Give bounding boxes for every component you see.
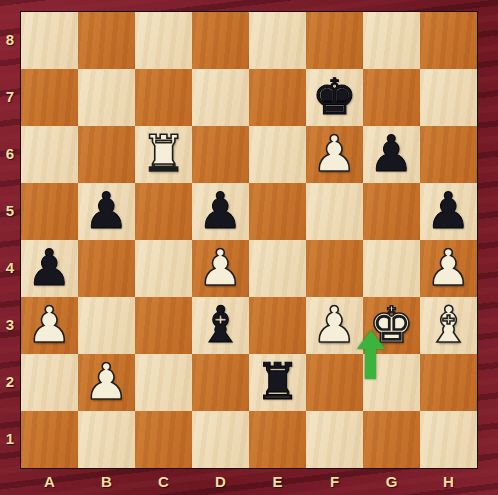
square-f4[interactable] (306, 240, 363, 297)
square-c5[interactable] (135, 183, 192, 240)
square-e3[interactable] (249, 297, 306, 354)
square-g1[interactable] (363, 411, 420, 468)
board: ♚♜♟♟♟♟♟♟♟♟♟♝♟♚♝♟♜ (20, 11, 478, 469)
file-label-g: G (363, 468, 420, 495)
square-d7[interactable] (192, 69, 249, 126)
square-h2[interactable] (420, 354, 477, 411)
square-e2[interactable]: ♜ (249, 354, 306, 411)
square-a8[interactable] (21, 12, 78, 69)
square-d8[interactable] (192, 12, 249, 69)
square-b3[interactable] (78, 297, 135, 354)
rank-labels: 87654321 (0, 11, 20, 467)
square-g7[interactable] (363, 69, 420, 126)
piece-black-rook[interactable]: ♜ (255, 354, 300, 411)
square-e7[interactable] (249, 69, 306, 126)
file-label-e: E (249, 468, 306, 495)
square-a3[interactable]: ♟ (21, 297, 78, 354)
square-b4[interactable] (78, 240, 135, 297)
rank-label-3: 3 (0, 296, 20, 353)
rank-label-2: 2 (0, 353, 20, 410)
square-a5[interactable] (21, 183, 78, 240)
square-h6[interactable] (420, 126, 477, 183)
piece-white-pawn[interactable]: ♟ (312, 126, 357, 183)
square-d6[interactable] (192, 126, 249, 183)
piece-white-rook[interactable]: ♜ (141, 126, 186, 183)
square-a6[interactable] (21, 126, 78, 183)
square-h4[interactable]: ♟ (420, 240, 477, 297)
piece-white-pawn[interactable]: ♟ (27, 297, 72, 354)
square-f5[interactable] (306, 183, 363, 240)
square-g2[interactable] (363, 354, 420, 411)
board-frame: 87654321 ♚♜♟♟♟♟♟♟♟♟♟♝♟♚♝♟♜ ABCDEFGH (0, 0, 498, 495)
piece-black-pawn[interactable]: ♟ (84, 183, 129, 240)
rank-label-8: 8 (0, 11, 20, 68)
file-labels: ABCDEFGH (21, 468, 477, 495)
square-e4[interactable] (249, 240, 306, 297)
rank-label-1: 1 (0, 410, 20, 467)
square-f7[interactable]: ♚ (306, 69, 363, 126)
rank-label-6: 6 (0, 125, 20, 182)
piece-black-pawn[interactable]: ♟ (198, 183, 243, 240)
square-c6[interactable]: ♜ (135, 126, 192, 183)
rank-label-4: 4 (0, 239, 20, 296)
rank-label-7: 7 (0, 68, 20, 125)
square-g4[interactable] (363, 240, 420, 297)
square-g8[interactable] (363, 12, 420, 69)
square-d4[interactable]: ♟ (192, 240, 249, 297)
square-b5[interactable]: ♟ (78, 183, 135, 240)
square-d3[interactable]: ♝ (192, 297, 249, 354)
square-g5[interactable] (363, 183, 420, 240)
file-label-a: A (21, 468, 78, 495)
rank-label-5: 5 (0, 182, 20, 239)
square-f1[interactable] (306, 411, 363, 468)
square-b1[interactable] (78, 411, 135, 468)
square-h7[interactable] (420, 69, 477, 126)
square-c7[interactable] (135, 69, 192, 126)
square-e8[interactable] (249, 12, 306, 69)
square-b6[interactable] (78, 126, 135, 183)
piece-black-pawn[interactable]: ♟ (369, 126, 414, 183)
square-g6[interactable]: ♟ (363, 126, 420, 183)
square-e1[interactable] (249, 411, 306, 468)
piece-black-pawn[interactable]: ♟ (27, 240, 72, 297)
piece-white-pawn[interactable]: ♟ (84, 354, 129, 411)
file-label-c: C (135, 468, 192, 495)
file-label-f: F (306, 468, 363, 495)
square-a1[interactable] (21, 411, 78, 468)
square-f2[interactable] (306, 354, 363, 411)
file-label-d: D (192, 468, 249, 495)
square-a7[interactable] (21, 69, 78, 126)
piece-white-pawn[interactable]: ♟ (312, 297, 357, 354)
square-f6[interactable]: ♟ (306, 126, 363, 183)
square-a4[interactable]: ♟ (21, 240, 78, 297)
piece-white-pawn[interactable]: ♟ (426, 240, 471, 297)
square-b2[interactable]: ♟ (78, 354, 135, 411)
square-c2[interactable] (135, 354, 192, 411)
piece-white-bishop[interactable]: ♝ (426, 297, 471, 354)
piece-black-pawn[interactable]: ♟ (426, 183, 471, 240)
square-h8[interactable] (420, 12, 477, 69)
square-h5[interactable]: ♟ (420, 183, 477, 240)
square-c4[interactable] (135, 240, 192, 297)
square-e5[interactable] (249, 183, 306, 240)
file-label-b: B (78, 468, 135, 495)
square-c8[interactable] (135, 12, 192, 69)
square-f8[interactable] (306, 12, 363, 69)
square-c3[interactable] (135, 297, 192, 354)
square-b8[interactable] (78, 12, 135, 69)
square-h3[interactable]: ♝ (420, 297, 477, 354)
square-c1[interactable] (135, 411, 192, 468)
piece-black-bishop[interactable]: ♝ (198, 297, 243, 354)
square-d5[interactable]: ♟ (192, 183, 249, 240)
piece-white-king[interactable]: ♚ (369, 297, 414, 354)
square-h1[interactable] (420, 411, 477, 468)
square-e6[interactable] (249, 126, 306, 183)
square-a2[interactable] (21, 354, 78, 411)
piece-white-pawn[interactable]: ♟ (198, 240, 243, 297)
square-g3[interactable]: ♚ (363, 297, 420, 354)
square-d1[interactable] (192, 411, 249, 468)
square-b7[interactable] (78, 69, 135, 126)
square-d2[interactable] (192, 354, 249, 411)
square-f3[interactable]: ♟ (306, 297, 363, 354)
file-label-h: H (420, 468, 477, 495)
piece-black-king[interactable]: ♚ (312, 69, 357, 126)
